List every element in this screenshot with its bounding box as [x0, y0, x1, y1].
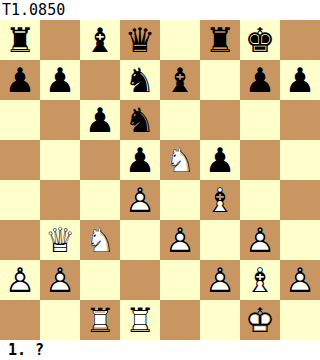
square-f3[interactable]: [200, 220, 240, 260]
square-b3[interactable]: ♛♕: [40, 220, 80, 260]
black-bishop-piece[interactable]: ♝: [80, 20, 120, 60]
black-pawn-piece[interactable]: ♟: [40, 60, 80, 100]
white-knight-piece[interactable]: ♘: [160, 140, 200, 180]
square-c1[interactable]: ♜♖: [80, 300, 120, 340]
square-c3[interactable]: ♞♘: [80, 220, 120, 260]
square-e8[interactable]: [160, 20, 200, 60]
square-e4[interactable]: [160, 180, 200, 220]
white-bishop-piece[interactable]: ♗: [200, 180, 240, 220]
black-queen-piece[interactable]: ♛: [120, 20, 160, 60]
square-g3[interactable]: ♟♙: [240, 220, 280, 260]
square-e7[interactable]: ♝: [160, 60, 200, 100]
square-a1[interactable]: [0, 300, 40, 340]
black-pawn-piece[interactable]: ♟: [0, 60, 40, 100]
square-b2[interactable]: ♟♙: [40, 260, 80, 300]
black-knight-piece[interactable]: ♞: [120, 100, 160, 140]
square-c4[interactable]: [80, 180, 120, 220]
white-pawn-piece[interactable]: ♙: [160, 220, 200, 260]
square-f7[interactable]: [200, 60, 240, 100]
square-d2[interactable]: [120, 260, 160, 300]
white-pawn-piece[interactable]: ♙: [120, 180, 160, 220]
square-d1[interactable]: ♜♖: [120, 300, 160, 340]
square-h1[interactable]: [280, 300, 320, 340]
white-pawn-piece[interactable]: ♙: [240, 220, 280, 260]
square-b7[interactable]: ♟: [40, 60, 80, 100]
square-d4[interactable]: ♟♙: [120, 180, 160, 220]
position-id-label: T1.0850: [0, 0, 320, 20]
square-f4[interactable]: ♝♗: [200, 180, 240, 220]
white-pawn-piece[interactable]: ♙: [200, 260, 240, 300]
white-knight-piece[interactable]: ♘: [80, 220, 120, 260]
square-h2[interactable]: ♟♙: [280, 260, 320, 300]
square-f6[interactable]: [200, 100, 240, 140]
square-h7[interactable]: ♟: [280, 60, 320, 100]
square-d8[interactable]: ♛: [120, 20, 160, 60]
square-h5[interactable]: [280, 140, 320, 180]
black-pawn-piece[interactable]: ♟: [120, 140, 160, 180]
square-b6[interactable]: [40, 100, 80, 140]
white-pawn-piece[interactable]: ♙: [40, 260, 80, 300]
square-g6[interactable]: [240, 100, 280, 140]
chess-board: ♜♝♛♜♚♟♟♞♝♟♟♟♞♟♞♘♟♟♙♝♗♛♕♞♘♟♙♟♙♟♙♟♙♟♙♝♗♟♙♜…: [0, 20, 320, 340]
white-rook-piece[interactable]: ♖: [80, 300, 120, 340]
square-e2[interactable]: [160, 260, 200, 300]
black-pawn-piece[interactable]: ♟: [280, 60, 320, 100]
square-a6[interactable]: [0, 100, 40, 140]
square-f5[interactable]: ♟: [200, 140, 240, 180]
square-e5[interactable]: ♞♘: [160, 140, 200, 180]
square-d5[interactable]: ♟: [120, 140, 160, 180]
square-g5[interactable]: [240, 140, 280, 180]
square-g4[interactable]: [240, 180, 280, 220]
square-e1[interactable]: [160, 300, 200, 340]
square-d7[interactable]: ♞: [120, 60, 160, 100]
move-prompt: 1. ?: [0, 340, 320, 360]
black-knight-piece[interactable]: ♞: [120, 60, 160, 100]
square-f2[interactable]: ♟♙: [200, 260, 240, 300]
square-d6[interactable]: ♞: [120, 100, 160, 140]
square-e6[interactable]: [160, 100, 200, 140]
square-b8[interactable]: [40, 20, 80, 60]
square-c5[interactable]: [80, 140, 120, 180]
white-pawn-piece[interactable]: ♙: [0, 260, 40, 300]
square-b4[interactable]: [40, 180, 80, 220]
square-c7[interactable]: [80, 60, 120, 100]
square-h6[interactable]: [280, 100, 320, 140]
black-pawn-piece[interactable]: ♟: [200, 140, 240, 180]
white-queen-piece[interactable]: ♕: [40, 220, 80, 260]
square-a7[interactable]: ♟: [0, 60, 40, 100]
square-d3[interactable]: [120, 220, 160, 260]
square-a5[interactable]: [0, 140, 40, 180]
square-h4[interactable]: [280, 180, 320, 220]
square-h3[interactable]: [280, 220, 320, 260]
square-a3[interactable]: [0, 220, 40, 260]
black-pawn-piece[interactable]: ♟: [240, 60, 280, 100]
white-king-piece[interactable]: ♔: [240, 300, 280, 340]
black-king-piece[interactable]: ♚: [240, 20, 280, 60]
square-c6[interactable]: ♟: [80, 100, 120, 140]
black-rook-piece[interactable]: ♜: [200, 20, 240, 60]
square-g7[interactable]: ♟: [240, 60, 280, 100]
square-c8[interactable]: ♝: [80, 20, 120, 60]
black-bishop-piece[interactable]: ♝: [160, 60, 200, 100]
white-bishop-piece[interactable]: ♗: [240, 260, 280, 300]
square-g8[interactable]: ♚: [240, 20, 280, 60]
white-pawn-piece[interactable]: ♙: [280, 260, 320, 300]
square-a2[interactable]: ♟♙: [0, 260, 40, 300]
black-pawn-piece[interactable]: ♟: [80, 100, 120, 140]
square-f1[interactable]: [200, 300, 240, 340]
square-h8[interactable]: [280, 20, 320, 60]
square-b1[interactable]: [40, 300, 80, 340]
square-g1[interactable]: ♚♔: [240, 300, 280, 340]
white-rook-piece[interactable]: ♖: [120, 300, 160, 340]
square-c2[interactable]: [80, 260, 120, 300]
square-b5[interactable]: [40, 140, 80, 180]
square-g2[interactable]: ♝♗: [240, 260, 280, 300]
square-a4[interactable]: [0, 180, 40, 220]
square-e3[interactable]: ♟♙: [160, 220, 200, 260]
square-a8[interactable]: ♜: [0, 20, 40, 60]
black-rook-piece[interactable]: ♜: [0, 20, 40, 60]
square-f8[interactable]: ♜: [200, 20, 240, 60]
